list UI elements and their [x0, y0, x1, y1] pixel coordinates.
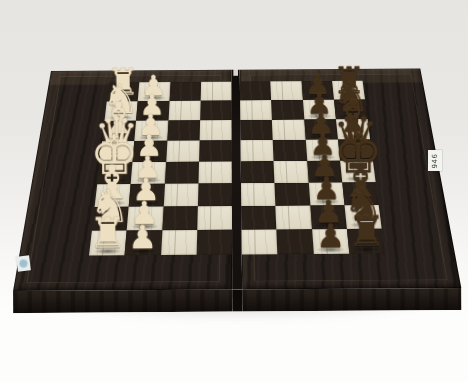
blue-dot-icon: [18, 258, 28, 268]
square: [199, 140, 232, 161]
piece-white-rook: ♜: [88, 212, 126, 254]
lot-number-sticker: 946: [428, 150, 442, 171]
square: [275, 183, 310, 206]
square: [241, 161, 275, 183]
piece-black-pawn: ♟: [316, 220, 345, 252]
piece-black-rook: ♜: [348, 210, 386, 252]
board-half-right: ♟♜♟♞♟♝♟♛♟♚♟♝♟♞♟♜: [240, 68, 462, 289]
square: [163, 184, 198, 207]
photo-canvas: ♜♟♞♟♝♟♛♟♚♟♝♟♞♟♜♟ ♟♜♟♞♟♝♟♛♟♚♟♝♟♞♟♜ 946: [0, 0, 468, 382]
square: [200, 101, 232, 121]
square: [162, 206, 198, 230]
square: [196, 230, 232, 255]
box-front-left: [13, 289, 232, 313]
board-grid-left: ♜♟♞♟♝♟♛♟♚♟♝♟♞♟♜♟: [89, 82, 232, 256]
square: [198, 161, 232, 183]
square: [240, 120, 273, 141]
square: [242, 229, 278, 254]
square: [166, 141, 200, 162]
square: [169, 82, 201, 101]
square: [200, 82, 231, 101]
box-front-seam: [232, 289, 242, 311]
square: [168, 101, 200, 121]
square: [276, 206, 312, 230]
hinge-gap: [233, 70, 238, 76]
scene: ♜♟♞♟♝♟♛♟♚♟♝♟♞♟♜♟ ♟♜♟♞♟♝♟♛♟♚♟♝♟♞♟♜: [0, 0, 468, 382]
square: [240, 81, 271, 100]
piece-white-pawn: ♟: [128, 221, 157, 253]
square: [241, 140, 274, 161]
square: [199, 120, 231, 141]
board-half-left: ♜♟♞♟♝♟♛♟♚♟♝♟♞♟♜♟: [13, 70, 232, 291]
square: [274, 161, 309, 183]
square: [241, 183, 276, 206]
square: [167, 120, 200, 141]
square: [273, 140, 307, 161]
square: [271, 81, 303, 100]
lot-number-text: 946: [431, 153, 439, 168]
square: [240, 100, 272, 120]
box-front-right: [242, 288, 461, 312]
square: ♟: [125, 230, 162, 255]
square: [272, 120, 305, 141]
square: [277, 229, 314, 254]
square: [198, 183, 232, 206]
board-grid-right: ♟♜♟♞♟♝♟♛♟♚♟♝♟♞♟♜: [240, 81, 385, 255]
chess-box: ♜♟♞♟♝♟♛♟♚♟♝♟♞♟♜♟ ♟♜♟♞♟♝♟♛♟♚♟♝♟♞♟♜: [13, 68, 461, 291]
square: [197, 206, 232, 230]
square: ♜: [347, 229, 385, 254]
square: ♜: [89, 231, 127, 256]
square: [165, 162, 199, 184]
blue-dot-sticker: [16, 255, 31, 271]
square: [241, 206, 276, 230]
square: [271, 100, 304, 120]
square: [161, 230, 197, 255]
square: ♟: [312, 229, 349, 254]
